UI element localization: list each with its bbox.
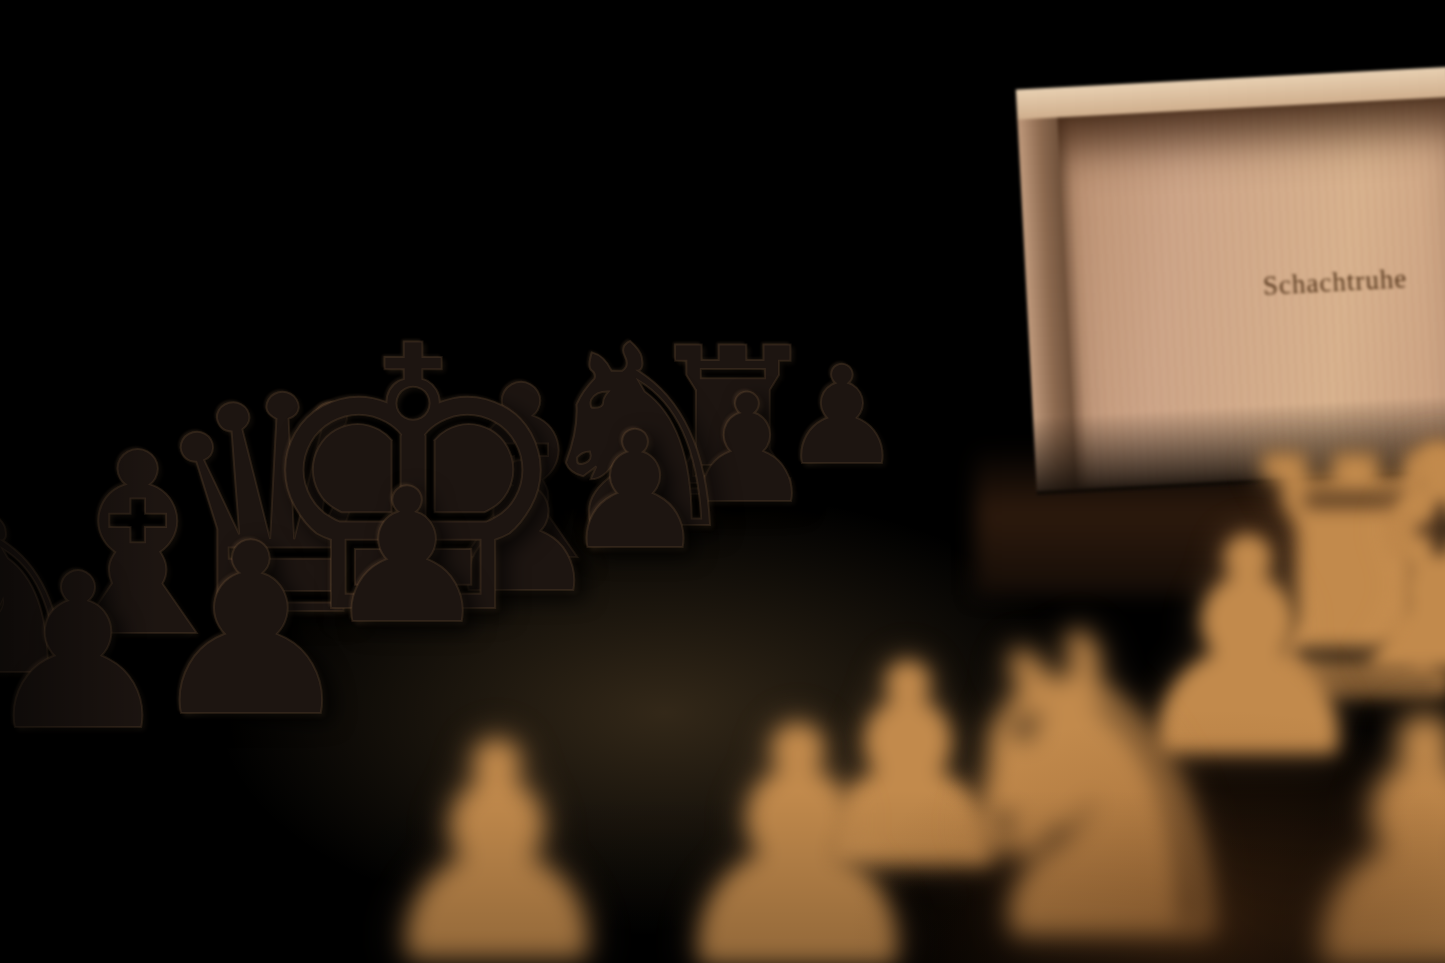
black-pawn-b7: ♟ bbox=[144, 512, 357, 750]
black-knight-g8: ♞ bbox=[525, 312, 751, 564]
black-pawn-d7: ♟ bbox=[441, 440, 601, 618]
black-knight-b8: ♞ bbox=[0, 490, 98, 705]
black-pawn-g7: ♟ bbox=[781, 348, 903, 484]
white-pawn-h2: ♟ bbox=[1273, 675, 1445, 963]
chess-photo-scene: 876efgh Schachtruhe ♞♝♛♚♝♞♜♟♟♟♟♟♟♟♟♟♟♞♟♜… bbox=[0, 0, 1445, 963]
black-pawn-e7: ♟ bbox=[562, 410, 707, 572]
black-rook-h8: ♜ bbox=[641, 321, 825, 526]
white-rook-h1: ♜ bbox=[1208, 415, 1445, 745]
black-king-e8: ♚ bbox=[249, 299, 576, 664]
black-pawn-f7: ♟ bbox=[680, 374, 814, 524]
white-pawn-f2: ♟ bbox=[782, 628, 1033, 908]
black-bishop-f8: ♝ bbox=[413, 354, 628, 594]
white-knight-g1: ♞ bbox=[904, 580, 1281, 963]
black-queen-d8: ♛ bbox=[148, 358, 417, 658]
white-pawn-d2: ♟ bbox=[363, 705, 632, 963]
black-pawn-c7: ♟ bbox=[324, 464, 491, 650]
pieces-layer: ♞♝♛♚♝♞♜♟♟♟♟♟♟♟♟♟♟♞♟♜♝♟ bbox=[0, 0, 1445, 963]
white-bishop-f1: ♝ bbox=[1301, 405, 1445, 715]
white-pawn-e2: ♟ bbox=[650, 685, 946, 963]
white-pawn-g2: ♟ bbox=[1114, 500, 1383, 800]
black-pawn-a7: ♟ bbox=[0, 545, 174, 760]
black-bishop-c8: ♝ bbox=[25, 420, 251, 672]
